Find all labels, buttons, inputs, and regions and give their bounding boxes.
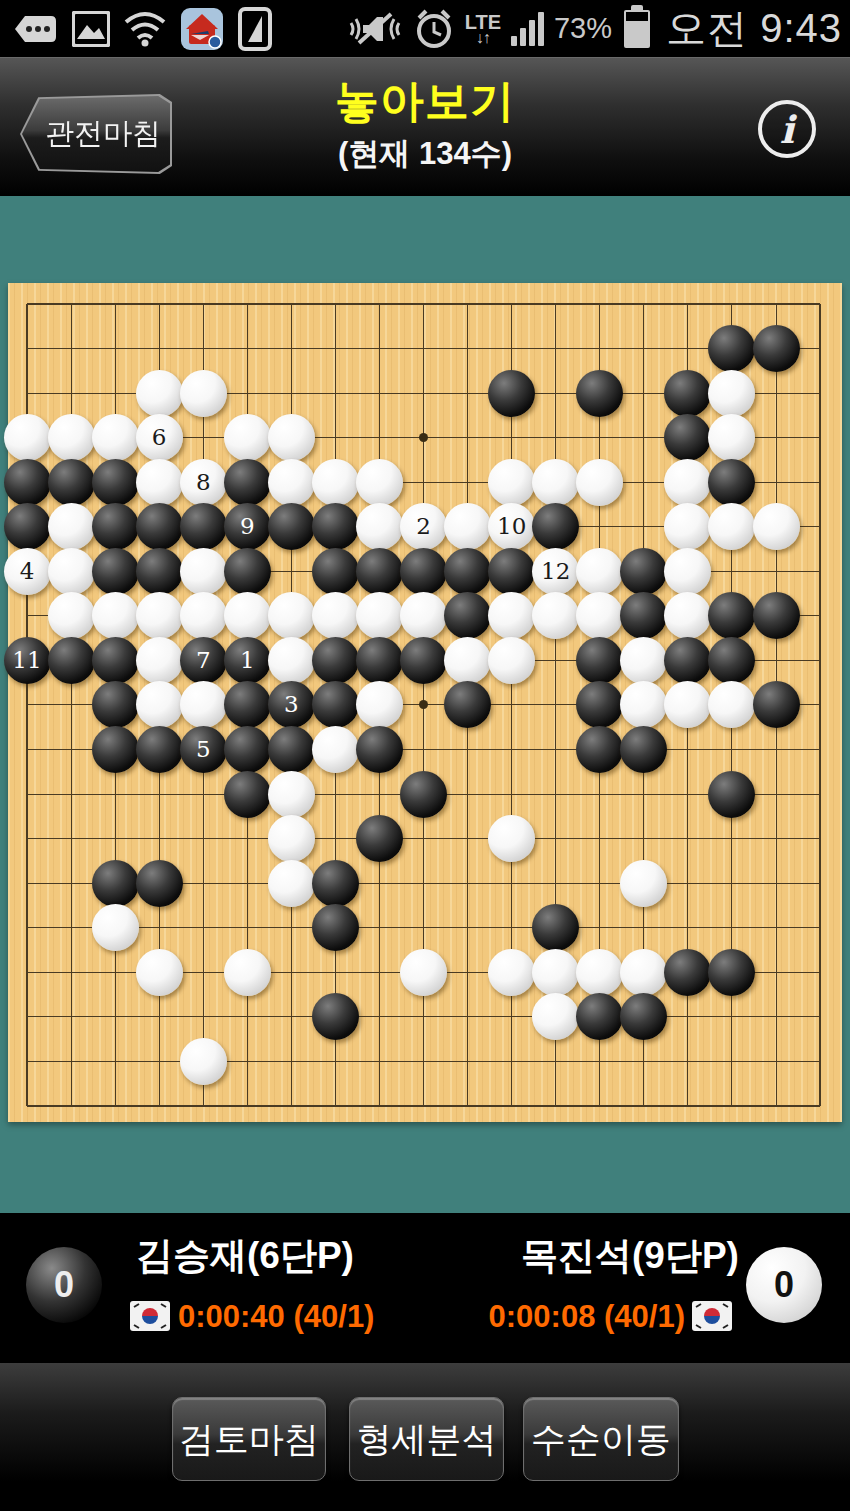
stone-black[interactable]: [356, 815, 403, 862]
stone-black[interactable]: [708, 949, 755, 996]
stone-white[interactable]: [48, 414, 95, 461]
grid-line-horizontal: [27, 1105, 820, 1107]
stone-white[interactable]: [136, 637, 183, 684]
move-number-label: 8: [196, 471, 211, 494]
stone-black[interactable]: [4, 503, 51, 550]
more-bubble-icon: [12, 12, 58, 46]
stone-white[interactable]: [136, 370, 183, 417]
stone-black[interactable]: [312, 904, 359, 951]
stone-white[interactable]: [268, 414, 315, 461]
stone-white[interactable]: 4: [4, 548, 51, 595]
stone-black[interactable]: [400, 548, 447, 595]
black-player-name: 김승재(6단P): [100, 1231, 390, 1281]
stone-white[interactable]: [92, 904, 139, 951]
smail-app-icon: [180, 7, 224, 51]
stone-white[interactable]: [488, 459, 535, 506]
stone-white[interactable]: [400, 949, 447, 996]
stone-black[interactable]: [664, 949, 711, 996]
stone-black[interactable]: [312, 860, 359, 907]
gallery-icon: [72, 11, 110, 47]
stone-white[interactable]: [180, 370, 227, 417]
grid-line-vertical: [819, 304, 821, 1106]
phone-icon: [238, 7, 272, 51]
stone-white[interactable]: [400, 592, 447, 639]
stone-black[interactable]: [180, 503, 227, 550]
lte-arrows-icon: ↓↑: [476, 30, 490, 46]
stone-white[interactable]: [532, 993, 579, 1040]
stone-white[interactable]: [664, 681, 711, 728]
stone-white[interactable]: [312, 592, 359, 639]
stone-white[interactable]: [576, 592, 623, 639]
stone-white[interactable]: [664, 592, 711, 639]
stone-white[interactable]: [312, 459, 359, 506]
move-number-label: 2: [416, 515, 431, 538]
stone-white[interactable]: [356, 681, 403, 728]
header: 관전마침 놓아보기 (현재 134수) i: [0, 57, 850, 196]
stone-white[interactable]: [708, 414, 755, 461]
stone-white[interactable]: [664, 548, 711, 595]
stone-white[interactable]: [48, 592, 95, 639]
stone-black[interactable]: [620, 592, 667, 639]
stone-black[interactable]: 5: [180, 726, 227, 773]
move-number-label: 10: [497, 515, 526, 538]
stone-white[interactable]: [620, 949, 667, 996]
stone-white[interactable]: [620, 681, 667, 728]
stone-white[interactable]: [488, 592, 535, 639]
stone-black[interactable]: [664, 370, 711, 417]
stone-black[interactable]: [444, 681, 491, 728]
stone-black[interactable]: 9: [224, 503, 271, 550]
stone-white[interactable]: [708, 503, 755, 550]
stone-black[interactable]: [753, 681, 800, 728]
stone-black[interactable]: [92, 459, 139, 506]
stone-black[interactable]: [136, 548, 183, 595]
stone-white[interactable]: [268, 771, 315, 818]
position-analysis-button[interactable]: 형세분석: [349, 1397, 504, 1481]
stone-white[interactable]: [620, 637, 667, 684]
stone-black[interactable]: [576, 637, 623, 684]
stone-white[interactable]: [576, 949, 623, 996]
white-player-clock: 0:00:08 (40/1): [470, 1299, 685, 1335]
stone-black[interactable]: [532, 904, 579, 951]
stone-white[interactable]: [92, 414, 139, 461]
stone-white[interactable]: [48, 503, 95, 550]
stone-white[interactable]: [224, 949, 271, 996]
stone-black[interactable]: [92, 548, 139, 595]
stone-white[interactable]: [224, 414, 271, 461]
stone-black[interactable]: [224, 771, 271, 818]
lte-indicator: LTE ↓↑: [465, 12, 501, 46]
stone-black[interactable]: [48, 459, 95, 506]
info-icon[interactable]: i: [758, 100, 816, 158]
move-navigation-button[interactable]: 수순이동: [523, 1397, 679, 1481]
grid-line-horizontal: [27, 1016, 820, 1017]
status-time: 오전 9:43: [660, 1, 842, 56]
stone-white[interactable]: [356, 592, 403, 639]
stone-black[interactable]: [92, 860, 139, 907]
move-number-label: 7: [196, 649, 211, 672]
vibrate-mute-icon: [347, 9, 403, 49]
move-number-label: 1: [240, 649, 255, 672]
stone-black[interactable]: [488, 370, 535, 417]
stone-white[interactable]: [708, 370, 755, 417]
bottom-toolbar: 검토마침 형세분석 수순이동: [0, 1363, 850, 1511]
end-review-button[interactable]: 검토마침: [172, 1397, 326, 1481]
stone-black[interactable]: [400, 771, 447, 818]
stone-black[interactable]: [268, 503, 315, 550]
stone-white[interactable]: [532, 592, 579, 639]
stone-white[interactable]: [224, 592, 271, 639]
players-panel: 0 김승재(6단P) 0:00:40 (40/1) 0 목진석(9단P) 0:0…: [0, 1213, 850, 1363]
stone-white[interactable]: [92, 592, 139, 639]
app-screen: LTE ↓↑ 73% 오전 9:43 관전마침 놓아보기 (현재 134수) i…: [0, 0, 850, 1511]
stone-white[interactable]: [488, 637, 535, 684]
stone-black[interactable]: 3: [268, 681, 315, 728]
stone-white[interactable]: [532, 949, 579, 996]
move-number-label: 9: [240, 515, 255, 538]
stone-black[interactable]: [356, 726, 403, 773]
move-number-label: 11: [12, 649, 41, 672]
grid-line-horizontal: [27, 838, 820, 839]
move-number-label: 3: [284, 693, 299, 716]
black-captures-stone: 0: [26, 1247, 102, 1323]
stone-white[interactable]: [444, 503, 491, 550]
move-number-label: 12: [541, 560, 570, 583]
stone-black[interactable]: [708, 325, 755, 372]
stone-black[interactable]: [312, 993, 359, 1040]
stone-black[interactable]: [224, 459, 271, 506]
move-number-label: 4: [20, 560, 35, 583]
stone-black[interactable]: 11: [4, 637, 51, 684]
battery-icon: [624, 10, 650, 48]
stone-black[interactable]: [400, 637, 447, 684]
stone-white[interactable]: [180, 592, 227, 639]
stone-black[interactable]: [708, 592, 755, 639]
stone-white[interactable]: [136, 949, 183, 996]
stone-black[interactable]: [576, 993, 623, 1040]
stone-white[interactable]: [488, 815, 535, 862]
stone-white[interactable]: [576, 459, 623, 506]
stone-white[interactable]: [268, 592, 315, 639]
status-bar: LTE ↓↑ 73% 오전 9:43: [0, 0, 850, 57]
stone-black[interactable]: 1: [224, 637, 271, 684]
stone-black[interactable]: [48, 637, 95, 684]
stone-white[interactable]: [312, 726, 359, 773]
stone-black[interactable]: [268, 726, 315, 773]
stone-black[interactable]: [708, 771, 755, 818]
grid-line-horizontal: [27, 927, 820, 928]
move-number-label: 6: [152, 426, 167, 449]
stone-black[interactable]: [312, 681, 359, 728]
stone-black[interactable]: [708, 459, 755, 506]
stone-white[interactable]: [268, 637, 315, 684]
stone-black[interactable]: [576, 370, 623, 417]
stone-white[interactable]: [180, 681, 227, 728]
stone-black[interactable]: [312, 503, 359, 550]
stone-black[interactable]: [620, 993, 667, 1040]
status-bar-left: [0, 7, 272, 51]
stone-white[interactable]: [664, 459, 711, 506]
stone-white[interactable]: [180, 1038, 227, 1085]
stone-black[interactable]: [664, 414, 711, 461]
move-counter: (현재 134수): [0, 133, 850, 175]
stone-white[interactable]: [444, 637, 491, 684]
stone-black[interactable]: [312, 548, 359, 595]
stone-white[interactable]: 12: [532, 548, 579, 595]
korea-flag-icon: [130, 1301, 170, 1331]
stone-black[interactable]: 7: [180, 637, 227, 684]
stone-white[interactable]: [620, 860, 667, 907]
stone-white[interactable]: [664, 503, 711, 550]
stone-white[interactable]: 8: [180, 459, 227, 506]
stone-black[interactable]: [753, 325, 800, 372]
stone-black[interactable]: [4, 459, 51, 506]
stone-black[interactable]: [576, 681, 623, 728]
stone-black[interactable]: [576, 726, 623, 773]
stone-white[interactable]: [268, 459, 315, 506]
korea-flag-icon: [692, 1301, 732, 1331]
star-point: [419, 700, 428, 709]
stone-black[interactable]: [224, 681, 271, 728]
stone-white[interactable]: 6: [136, 414, 183, 461]
stone-black[interactable]: [92, 726, 139, 773]
move-number-label: 5: [196, 738, 211, 761]
grid-line-horizontal: [27, 1061, 820, 1062]
black-player-clock: 0:00:40 (40/1): [178, 1299, 374, 1335]
alarm-icon: [413, 8, 455, 50]
signal-bars-icon: [511, 12, 544, 46]
stone-white[interactable]: [753, 503, 800, 550]
stone-white[interactable]: 2: [400, 503, 447, 550]
stone-white[interactable]: [488, 949, 535, 996]
stone-black[interactable]: [312, 637, 359, 684]
go-board[interactable]: 689210412117135: [8, 283, 842, 1122]
stone-black[interactable]: [444, 592, 491, 639]
stone-white[interactable]: [136, 592, 183, 639]
star-point: [419, 433, 428, 442]
stone-white[interactable]: [4, 414, 51, 461]
stone-black[interactable]: [488, 548, 535, 595]
stone-white[interactable]: [576, 548, 623, 595]
stone-white[interactable]: [48, 548, 95, 595]
stone-black[interactable]: [753, 592, 800, 639]
stone-black[interactable]: [92, 503, 139, 550]
page-title: 놓아보기: [0, 72, 850, 131]
stone-black[interactable]: [708, 637, 755, 684]
stone-white[interactable]: [136, 681, 183, 728]
status-bar-right: LTE ↓↑ 73% 오전 9:43: [347, 1, 850, 56]
stone-white[interactable]: [532, 459, 579, 506]
stone-white[interactable]: [136, 459, 183, 506]
white-player-name: 목진석(9단P): [470, 1231, 790, 1281]
stone-black[interactable]: [532, 503, 579, 550]
stone-black[interactable]: [620, 548, 667, 595]
stone-black[interactable]: [92, 681, 139, 728]
stone-white[interactable]: [268, 815, 315, 862]
stone-white[interactable]: [268, 860, 315, 907]
stone-white[interactable]: [356, 503, 403, 550]
stone-white[interactable]: [180, 548, 227, 595]
stone-black[interactable]: [224, 726, 271, 773]
stone-black[interactable]: [664, 637, 711, 684]
stone-white[interactable]: [708, 681, 755, 728]
stone-white[interactable]: [356, 459, 403, 506]
stone-black[interactable]: [224, 548, 271, 595]
stone-white[interactable]: 10: [488, 503, 535, 550]
wifi-icon: [124, 11, 166, 47]
stone-black[interactable]: [356, 637, 403, 684]
stone-black[interactable]: [92, 637, 139, 684]
stone-black[interactable]: [356, 548, 403, 595]
stone-black[interactable]: [136, 503, 183, 550]
black-captures-count: 0: [54, 1264, 74, 1306]
stone-black[interactable]: [620, 726, 667, 773]
stone-black[interactable]: [136, 860, 183, 907]
stone-black[interactable]: [136, 726, 183, 773]
battery-percent: 73%: [554, 12, 612, 45]
stone-black[interactable]: [444, 548, 491, 595]
